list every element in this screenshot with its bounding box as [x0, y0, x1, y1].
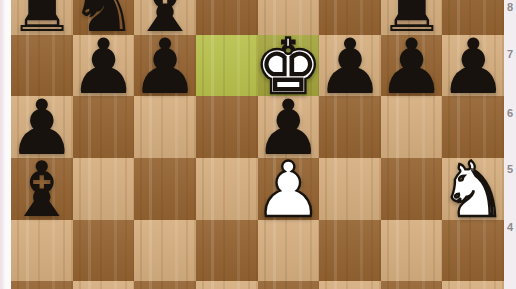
square-b4[interactable] — [73, 220, 135, 282]
square-a8[interactable]: ♜ — [11, 0, 73, 35]
black-pawn-b7[interactable]: ♟ — [73, 36, 135, 98]
square-d3[interactable] — [196, 281, 258, 289]
square-f7[interactable]: ♟ — [319, 35, 381, 97]
square-a5[interactable]: ♝ — [11, 158, 73, 220]
square-f3[interactable] — [319, 281, 381, 289]
square-c3[interactable] — [134, 281, 196, 289]
square-b7[interactable]: ♟ — [73, 35, 135, 97]
rank-label-8: 8 — [504, 1, 516, 14]
square-c5[interactable] — [134, 158, 196, 220]
square-b5[interactable] — [73, 158, 135, 220]
square-d5[interactable] — [196, 158, 258, 220]
black-pawn-h7[interactable]: ♟ — [442, 36, 504, 98]
square-h7[interactable]: ♟ — [442, 35, 504, 97]
square-d8[interactable] — [196, 0, 258, 35]
square-d7[interactable] — [196, 35, 258, 97]
black-rook-a8[interactable]: ♜ — [11, 0, 73, 36]
white-pawn-e5[interactable]: ♟ — [258, 159, 320, 221]
square-a3[interactable] — [11, 281, 73, 289]
square-d4[interactable] — [196, 220, 258, 282]
black-pawn-f7[interactable]: ♟ — [319, 36, 381, 98]
square-c7[interactable]: ♟ — [134, 35, 196, 97]
square-b3[interactable] — [73, 281, 135, 289]
square-g7[interactable]: ♟ — [381, 35, 443, 97]
square-c4[interactable] — [134, 220, 196, 282]
square-g4[interactable] — [381, 220, 443, 282]
square-g3[interactable] — [381, 281, 443, 289]
black-pawn-c7[interactable]: ♟ — [134, 36, 196, 98]
square-e3[interactable] — [258, 281, 320, 289]
chess-board: ♜♞♝♜♟♟♚♟♟♟♟♟♝♟♞ — [11, 0, 504, 289]
square-e5[interactable]: ♟ — [258, 158, 320, 220]
square-h3[interactable] — [442, 281, 504, 289]
square-h5[interactable]: ♞ — [442, 158, 504, 220]
square-f4[interactable] — [319, 220, 381, 282]
white-knight-h5[interactable]: ♞ — [442, 159, 504, 221]
chess-board-view: ♜♞♝♜♟♟♚♟♟♟♟♟♝♟♞ 87654 — [0, 0, 516, 289]
square-f5[interactable] — [319, 158, 381, 220]
black-pawn-g7[interactable]: ♟ — [381, 36, 443, 98]
square-d6[interactable] — [196, 96, 258, 158]
black-bishop-a5[interactable]: ♝ — [11, 159, 73, 221]
square-g5[interactable] — [381, 158, 443, 220]
